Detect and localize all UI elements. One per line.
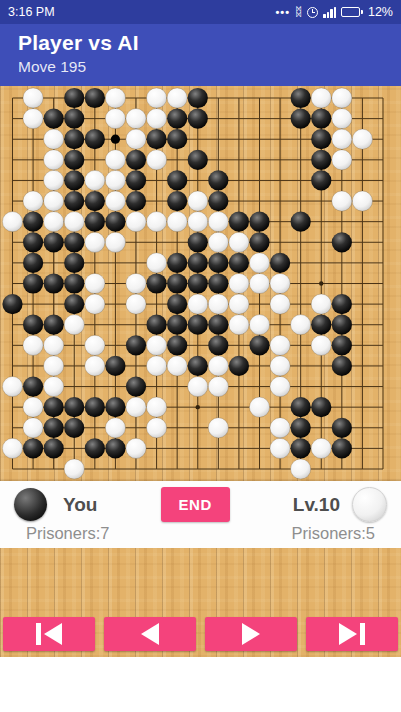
- stone-black: [105, 438, 125, 458]
- stone-black: [208, 273, 228, 293]
- stone-black: [64, 418, 84, 438]
- stone-white: [105, 170, 125, 190]
- stone-black: [146, 273, 166, 293]
- step-back-button[interactable]: [104, 617, 196, 651]
- stone-black: [44, 315, 64, 335]
- stone-white: [23, 397, 43, 417]
- stone-black: [126, 376, 146, 396]
- stone-white: [229, 294, 249, 314]
- stone-black: [126, 150, 146, 170]
- stone-white: [146, 212, 166, 232]
- stone-white: [44, 129, 64, 149]
- stone-black: [291, 212, 311, 232]
- stone-black: [64, 294, 84, 314]
- stone-white: [332, 109, 352, 129]
- skip-to-start-icon: [36, 623, 41, 645]
- stone-black: [85, 438, 105, 458]
- stone-black: [332, 294, 352, 314]
- stone-white: [146, 397, 166, 417]
- stone-white: [208, 212, 228, 232]
- status-time: 3:16 PM: [8, 5, 55, 19]
- stone-white: [332, 88, 352, 108]
- stone-white: [44, 335, 64, 355]
- stone-white: [270, 294, 290, 314]
- stone-black: [23, 273, 43, 293]
- stone-black: [44, 109, 64, 129]
- stone-black: [311, 170, 331, 190]
- stone-white: [146, 150, 166, 170]
- stone-white: [105, 232, 125, 252]
- stone-black: [188, 253, 208, 273]
- stone-white: [64, 459, 84, 479]
- stone-white: [270, 335, 290, 355]
- stone-black: [188, 232, 208, 252]
- stone-white: [146, 109, 166, 129]
- stone-black: [311, 129, 331, 149]
- stone-white: [352, 129, 372, 149]
- stone-white: [64, 315, 84, 335]
- stone-white: [126, 397, 146, 417]
- stone-black: [311, 397, 331, 417]
- stone-white: [208, 232, 228, 252]
- stone-white: [208, 294, 228, 314]
- alarm-icon: [307, 7, 318, 18]
- step-forward-icon: [242, 623, 260, 645]
- stone-white: [23, 88, 43, 108]
- stone-black: [249, 335, 269, 355]
- stone-white: [291, 459, 311, 479]
- stone-white: [291, 315, 311, 335]
- stone-black: [332, 418, 352, 438]
- stone-white: [270, 376, 290, 396]
- battery-percent: 12%: [368, 5, 393, 19]
- stone-white: [44, 356, 64, 376]
- controls-strip: [0, 548, 401, 657]
- stone-black: [23, 315, 43, 335]
- stone-black: [167, 109, 187, 129]
- stone-white: [146, 88, 166, 108]
- stone-black: [188, 109, 208, 129]
- stone-white: [188, 212, 208, 232]
- stone-white: [249, 397, 269, 417]
- stone-black: [126, 170, 146, 190]
- stone-black: [332, 356, 352, 376]
- stone-white: [167, 356, 187, 376]
- stone-black: [229, 212, 249, 232]
- stone-black: [64, 88, 84, 108]
- stone-black: [291, 109, 311, 129]
- stone-white: [146, 253, 166, 273]
- stone-white: [249, 253, 269, 273]
- stone-black: [85, 191, 105, 211]
- black-prisoners-count: Prisoners:7: [26, 524, 109, 543]
- move-counter: Move 195: [18, 58, 383, 76]
- stone-white: [85, 273, 105, 293]
- stone-black: [44, 273, 64, 293]
- stone-white: [23, 109, 43, 129]
- stone-white: [332, 191, 352, 211]
- stone-black: [208, 253, 228, 273]
- stone-black: [229, 253, 249, 273]
- stone-white: [188, 191, 208, 211]
- stone-black: [126, 191, 146, 211]
- stone-white: [85, 356, 105, 376]
- stone-black: [311, 150, 331, 170]
- stone-black: [167, 170, 187, 190]
- stone-white: [126, 438, 146, 458]
- stone-black: [208, 315, 228, 335]
- stone-black: [146, 129, 166, 149]
- stone-white: [229, 273, 249, 293]
- stone-black: [105, 356, 125, 376]
- status-bar: 3:16 PM ••• ᛥ 12%: [0, 0, 401, 24]
- stone-white: [2, 376, 22, 396]
- white-player-label: Lv.10: [293, 494, 340, 516]
- stone-white: [85, 335, 105, 355]
- stone-black: [105, 397, 125, 417]
- stone-white: [311, 88, 331, 108]
- stone-black: [23, 253, 43, 273]
- stone-white: [208, 356, 228, 376]
- stone-black: [105, 212, 125, 232]
- stone-white: [167, 88, 187, 108]
- stone-white: [44, 376, 64, 396]
- stone-black: [64, 232, 84, 252]
- stone-black: [2, 294, 22, 314]
- stone-white: [311, 438, 331, 458]
- go-board-grid[interactable]: [0, 86, 401, 481]
- stone-white: [188, 376, 208, 396]
- stone-black: [167, 315, 187, 335]
- stone-white: [332, 150, 352, 170]
- stone-white: [126, 273, 146, 293]
- stone-white: [105, 88, 125, 108]
- stone-black: [85, 88, 105, 108]
- stone-black: [167, 335, 187, 355]
- game-info-panel: You END Lv.10 Prisoners:7 Prisoners:5: [0, 481, 401, 548]
- stone-white: [311, 294, 331, 314]
- stone-white: [249, 315, 269, 335]
- stone-white: [270, 356, 290, 376]
- stone-white: [2, 438, 22, 458]
- stone-black: [85, 397, 105, 417]
- skip-to-end-icon: [339, 623, 357, 645]
- app-header: Player vs AI Move 195: [0, 24, 401, 86]
- stone-black: [291, 418, 311, 438]
- stone-white: [126, 129, 146, 149]
- stone-white: [126, 109, 146, 129]
- bluetooth-icon: ᛥ: [295, 6, 302, 18]
- white-player-stone-icon: [352, 487, 387, 522]
- stone-white: [332, 129, 352, 149]
- stone-black: [332, 232, 352, 252]
- skip-to-end-button[interactable]: [306, 617, 398, 651]
- stone-white: [44, 170, 64, 190]
- stone-black: [64, 397, 84, 417]
- stone-black: [188, 315, 208, 335]
- stone-black: [270, 253, 290, 273]
- stone-black: [44, 438, 64, 458]
- black-player-stone-icon: [14, 488, 47, 521]
- stone-white: [208, 418, 228, 438]
- stone-black: [249, 212, 269, 232]
- stone-black: [332, 438, 352, 458]
- stone-black: [208, 170, 228, 190]
- stone-white: [146, 418, 166, 438]
- stone-white: [270, 418, 290, 438]
- stone-black: [23, 376, 43, 396]
- skip-to-start-button[interactable]: [3, 617, 95, 651]
- stone-white: [249, 273, 269, 293]
- page-title: Player vs AI: [18, 31, 383, 55]
- last-move-marker: [111, 135, 120, 144]
- stone-white: [64, 212, 84, 232]
- stone-black: [126, 335, 146, 355]
- stone-black: [64, 170, 84, 190]
- white-prisoners-count: Prisoners:5: [292, 524, 375, 543]
- stone-white: [311, 335, 331, 355]
- stone-white: [167, 212, 187, 232]
- stone-black: [85, 129, 105, 149]
- stone-black: [291, 88, 311, 108]
- stone-black: [167, 253, 187, 273]
- stone-black: [332, 315, 352, 335]
- stone-white: [105, 418, 125, 438]
- stone-white: [188, 294, 208, 314]
- stone-black: [44, 232, 64, 252]
- stone-black: [188, 150, 208, 170]
- stone-black: [229, 356, 249, 376]
- stone-white: [23, 335, 43, 355]
- signal-bars-icon: [323, 7, 336, 18]
- step-forward-button[interactable]: [205, 617, 297, 651]
- stone-white: [208, 376, 228, 396]
- stone-black: [311, 109, 331, 129]
- stone-white: [352, 191, 372, 211]
- stone-black: [64, 191, 84, 211]
- stone-black: [188, 356, 208, 376]
- stone-white: [44, 191, 64, 211]
- go-app-screen: 3:16 PM ••• ᛥ 12% Player vs AI Move 195: [0, 0, 401, 712]
- stone-black: [208, 191, 228, 211]
- stone-black: [23, 232, 43, 252]
- stone-white: [23, 418, 43, 438]
- stone-black: [146, 315, 166, 335]
- stone-black: [167, 273, 187, 293]
- stone-white: [85, 294, 105, 314]
- stone-white: [105, 109, 125, 129]
- stone-black: [291, 397, 311, 417]
- more-notifications-icon: •••: [276, 6, 291, 18]
- stone-white: [146, 335, 166, 355]
- stone-black: [291, 438, 311, 458]
- stone-white: [229, 315, 249, 335]
- stone-black: [188, 88, 208, 108]
- stone-black: [311, 315, 331, 335]
- stone-white: [2, 212, 22, 232]
- stone-white: [270, 438, 290, 458]
- stone-white: [126, 212, 146, 232]
- stone-black: [64, 253, 84, 273]
- stone-white: [229, 232, 249, 252]
- stone-black: [23, 212, 43, 232]
- stone-black: [167, 129, 187, 149]
- stone-white: [126, 294, 146, 314]
- stone-black: [167, 191, 187, 211]
- stone-black: [332, 335, 352, 355]
- stone-black: [167, 294, 187, 314]
- go-board[interactable]: [0, 86, 401, 481]
- bottom-spacer: [0, 657, 401, 712]
- black-player-label: You: [63, 494, 97, 516]
- stone-black: [44, 418, 64, 438]
- stone-white: [44, 150, 64, 170]
- stone-white: [146, 356, 166, 376]
- stone-black: [64, 150, 84, 170]
- stone-white: [85, 232, 105, 252]
- stone-white: [23, 191, 43, 211]
- stone-white: [44, 212, 64, 232]
- stone-black: [64, 273, 84, 293]
- stone-white: [105, 191, 125, 211]
- battery-icon: [341, 7, 363, 17]
- stone-white: [105, 150, 125, 170]
- stone-black: [188, 273, 208, 293]
- stone-black: [23, 438, 43, 458]
- stone-black: [64, 109, 84, 129]
- stone-black: [64, 129, 84, 149]
- stone-white: [85, 170, 105, 190]
- step-back-icon: [141, 623, 159, 645]
- stone-black: [208, 335, 228, 355]
- stone-black: [44, 397, 64, 417]
- stone-black: [85, 212, 105, 232]
- stone-white: [270, 273, 290, 293]
- end-game-button[interactable]: END: [161, 487, 230, 522]
- stone-black: [249, 232, 269, 252]
